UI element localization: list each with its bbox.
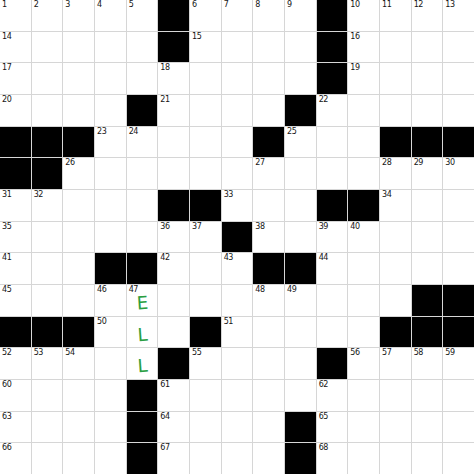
- black-cell-r1c11: [317, 0, 348, 31]
- clue-number: 25: [287, 127, 296, 137]
- cell-r8c14[interactable]: [412, 222, 443, 253]
- cell-r2c15[interactable]: [443, 32, 474, 63]
- cell-r11c8[interactable]: 51: [222, 317, 253, 348]
- cell-r14c15[interactable]: [443, 412, 474, 443]
- cell-r4c11[interactable]: 22: [317, 95, 348, 126]
- black-cell-r2c6: [158, 32, 189, 63]
- black-cell-r7c12: [348, 190, 379, 221]
- cell-r2c4[interactable]: [95, 32, 126, 63]
- cell-r15c15[interactable]: [443, 443, 474, 474]
- black-cell-r5c14: [412, 127, 443, 158]
- black-cell-r11c1: [0, 317, 31, 348]
- clue-number: 1: [2, 0, 7, 10]
- cell-r15c12[interactable]: [348, 443, 379, 474]
- clue-number: 39: [319, 222, 328, 232]
- cell-r13c1[interactable]: 60: [0, 380, 31, 411]
- cell-r12c9[interactable]: [253, 348, 284, 379]
- cell-r6c14[interactable]: 29: [412, 158, 443, 189]
- cell-r7c4[interactable]: [95, 190, 126, 221]
- clue-number: 58: [414, 348, 423, 358]
- cell-r2c10[interactable]: [285, 32, 316, 63]
- cell-r13c12[interactable]: [348, 380, 379, 411]
- black-cell-r5c1: [0, 127, 31, 158]
- cell-r12c3[interactable]: 54: [63, 348, 94, 379]
- cell-r14c1[interactable]: 63: [0, 412, 31, 443]
- cell-r5c5[interactable]: 24: [127, 127, 158, 158]
- clue-number: 50: [97, 317, 106, 327]
- black-cell-r11c13: [380, 317, 411, 348]
- cell-r3c2[interactable]: [32, 63, 63, 94]
- cell-r14c6[interactable]: 64: [158, 412, 189, 443]
- cell-r15c2[interactable]: [32, 443, 63, 474]
- clue-number: 26: [65, 158, 74, 168]
- black-cell-r6c2: [32, 158, 63, 189]
- cell-r4c6[interactable]: 21: [158, 95, 189, 126]
- cell-r13c10[interactable]: [285, 380, 316, 411]
- cell-r15c9[interactable]: [253, 443, 284, 474]
- clue-number: 10: [350, 0, 359, 10]
- black-cell-r9c9: [253, 253, 284, 284]
- clue-number: 46: [97, 285, 106, 295]
- clue-number: 57: [382, 348, 391, 358]
- cell-r8c6[interactable]: 36: [158, 222, 189, 253]
- cell-r3c6[interactable]: 18: [158, 63, 189, 94]
- black-cell-r13c5: [127, 380, 158, 411]
- cell-r13c3[interactable]: [63, 380, 94, 411]
- cell-r14c8[interactable]: [222, 412, 253, 443]
- cell-r6c9[interactable]: 27: [253, 158, 284, 189]
- cell-r14c3[interactable]: [63, 412, 94, 443]
- black-cell-r5c9: [253, 127, 284, 158]
- clue-number: 19: [350, 63, 359, 73]
- black-cell-r11c2: [32, 317, 63, 348]
- cell-r10c4[interactable]: 46: [95, 285, 126, 316]
- cell-r10c1[interactable]: 45: [0, 285, 31, 316]
- cell-r9c1[interactable]: 41: [0, 253, 31, 284]
- cell-r7c2[interactable]: 32: [32, 190, 63, 221]
- cell-r10c11[interactable]: [317, 285, 348, 316]
- cell-r1c4[interactable]: 4: [95, 0, 126, 31]
- cell-r1c15[interactable]: 13: [443, 0, 474, 31]
- cell-r4c9[interactable]: [253, 95, 284, 126]
- cell-r15c3[interactable]: [63, 443, 94, 474]
- clue-number: 53: [34, 348, 43, 358]
- crossword-grid: 1234567891011121314151617181920212223242…: [0, 0, 474, 474]
- clue-number: 30: [445, 158, 454, 168]
- cell-r3c12[interactable]: 19: [348, 63, 379, 94]
- cell-r2c2[interactable]: [32, 32, 63, 63]
- cell-r9c13[interactable]: [380, 253, 411, 284]
- cell-r14c12[interactable]: [348, 412, 379, 443]
- cell-r2c5[interactable]: [127, 32, 158, 63]
- clue-number: 67: [160, 443, 169, 453]
- cell-r4c8[interactable]: [222, 95, 253, 126]
- cell-r6c12[interactable]: [348, 158, 379, 189]
- cell-r13c6[interactable]: 61: [158, 380, 189, 411]
- black-cell-r2c11: [317, 32, 348, 63]
- clue-number: 16: [350, 32, 359, 42]
- cell-r13c2[interactable]: [32, 380, 63, 411]
- cell-r9c6[interactable]: 42: [158, 253, 189, 284]
- cell-r3c7[interactable]: [190, 63, 221, 94]
- cell-r7c3[interactable]: [63, 190, 94, 221]
- cell-r11c10[interactable]: [285, 317, 316, 348]
- cell-r11c4[interactable]: 50: [95, 317, 126, 348]
- clue-number: 31: [2, 190, 11, 200]
- clue-number: 64: [160, 412, 169, 422]
- cell-r6c5[interactable]: [127, 158, 158, 189]
- cell-r10c12[interactable]: [348, 285, 379, 316]
- cell-r3c4[interactable]: [95, 63, 126, 94]
- clue-number: 6: [192, 0, 197, 10]
- cell-r14c2[interactable]: [32, 412, 63, 443]
- cell-r1c5[interactable]: 5: [127, 0, 158, 31]
- cell-r12c14[interactable]: 58: [412, 348, 443, 379]
- cell-r12c4[interactable]: [95, 348, 126, 379]
- cell-r6c4[interactable]: [95, 158, 126, 189]
- cell-r6c3[interactable]: 26: [63, 158, 94, 189]
- cell-r5c11[interactable]: [317, 127, 348, 158]
- cell-r3c5[interactable]: [127, 63, 158, 94]
- cell-r13c8[interactable]: [222, 380, 253, 411]
- cell-r13c13[interactable]: [380, 380, 411, 411]
- cell-r14c13[interactable]: [380, 412, 411, 443]
- clue-number: 34: [382, 190, 391, 200]
- clue-number: 29: [414, 158, 423, 168]
- black-cell-r7c11: [317, 190, 348, 221]
- cell-r5c6[interactable]: [158, 127, 189, 158]
- clue-number: 3: [65, 0, 70, 10]
- clue-number: 27: [255, 158, 264, 168]
- clue-number: 48: [255, 285, 264, 295]
- cell-r3c14[interactable]: [412, 63, 443, 94]
- cell-r8c2[interactable]: [32, 222, 63, 253]
- cell-r11c11[interactable]: [317, 317, 348, 348]
- cell-r14c7[interactable]: [190, 412, 221, 443]
- clue-number: 41: [2, 253, 11, 263]
- cell-r3c10[interactable]: [285, 63, 316, 94]
- clue-number: 59: [445, 348, 454, 358]
- cell-r11c12[interactable]: [348, 317, 379, 348]
- black-cell-r11c14: [412, 317, 443, 348]
- clue-number: 4: [97, 0, 102, 10]
- cell-r1c8[interactable]: 7: [222, 0, 253, 31]
- cell-r6c11[interactable]: [317, 158, 348, 189]
- cell-r8c15[interactable]: [443, 222, 474, 253]
- black-cell-r10c14: [412, 285, 443, 316]
- cell-r12c15[interactable]: 59: [443, 348, 474, 379]
- cell-r15c8[interactable]: [222, 443, 253, 474]
- clue-number: 61: [160, 380, 169, 390]
- cell-r8c4[interactable]: [95, 222, 126, 253]
- clue-number: 17: [2, 63, 11, 73]
- black-cell-r12c11: [317, 348, 348, 379]
- clue-number: 9: [287, 0, 292, 10]
- clue-number: 7: [224, 0, 229, 10]
- cell-r15c14[interactable]: [412, 443, 443, 474]
- cell-r2c8[interactable]: [222, 32, 253, 63]
- cell-r9c7[interactable]: [190, 253, 221, 284]
- cell-r11c5[interactable]: L: [127, 317, 158, 348]
- cell-r6c10[interactable]: [285, 158, 316, 189]
- clue-number: 54: [65, 348, 74, 358]
- cell-r7c8[interactable]: 33: [222, 190, 253, 221]
- clue-number: 45: [2, 285, 11, 295]
- black-cell-r9c4: [95, 253, 126, 284]
- clue-number: 40: [350, 222, 359, 232]
- black-cell-r14c10: [285, 412, 316, 443]
- cell-r8c13[interactable]: [380, 222, 411, 253]
- cell-r4c1[interactable]: 20: [0, 95, 31, 126]
- cell-r3c15[interactable]: [443, 63, 474, 94]
- cell-r4c4[interactable]: [95, 95, 126, 126]
- cell-r1c14[interactable]: 12: [412, 0, 443, 31]
- cell-r9c11[interactable]: 44: [317, 253, 348, 284]
- cell-r4c3[interactable]: [63, 95, 94, 126]
- cell-r1c7[interactable]: 6: [190, 0, 221, 31]
- clue-number: 32: [34, 190, 43, 200]
- cell-r7c14[interactable]: [412, 190, 443, 221]
- black-cell-r7c6: [158, 190, 189, 221]
- cell-r5c12[interactable]: [348, 127, 379, 158]
- cell-r12c12[interactable]: 56: [348, 348, 379, 379]
- cell-r4c2[interactable]: [32, 95, 63, 126]
- cell-r10c13[interactable]: [380, 285, 411, 316]
- black-cell-r7c7: [190, 190, 221, 221]
- black-cell-r15c10: [285, 443, 316, 474]
- cell-r12c10[interactable]: [285, 348, 316, 379]
- cell-r7c9[interactable]: [253, 190, 284, 221]
- cell-r15c4[interactable]: [95, 443, 126, 474]
- entered-letter: L: [127, 317, 158, 348]
- black-cell-r5c15: [443, 127, 474, 158]
- clue-number: 44: [319, 253, 328, 263]
- black-cell-r4c5: [127, 95, 158, 126]
- clue-number: 12: [414, 0, 423, 10]
- cell-r6c15[interactable]: 30: [443, 158, 474, 189]
- cell-r12c5[interactable]: L: [127, 348, 158, 379]
- black-cell-r8c8: [222, 222, 253, 253]
- cell-r9c2[interactable]: [32, 253, 63, 284]
- clue-number: 22: [319, 95, 328, 105]
- cell-r5c10[interactable]: 25: [285, 127, 316, 158]
- black-cell-r5c13: [380, 127, 411, 158]
- cell-r1c10[interactable]: 9: [285, 0, 316, 31]
- clue-number: 21: [160, 95, 169, 105]
- cell-r1c1[interactable]: 1: [0, 0, 31, 31]
- clue-number: 65: [319, 412, 328, 422]
- cell-r12c8[interactable]: [222, 348, 253, 379]
- clue-number: 14: [2, 32, 11, 42]
- cell-r15c7[interactable]: [190, 443, 221, 474]
- clue-number: 38: [255, 222, 264, 232]
- black-cell-r5c3: [63, 127, 94, 158]
- cell-r6c7[interactable]: [190, 158, 221, 189]
- clue-number: 56: [350, 348, 359, 358]
- black-cell-r6c1: [0, 158, 31, 189]
- cell-r4c12[interactable]: [348, 95, 379, 126]
- cell-r14c11[interactable]: 65: [317, 412, 348, 443]
- cell-r13c4[interactable]: [95, 380, 126, 411]
- cell-r6c13[interactable]: 28: [380, 158, 411, 189]
- cell-r9c14[interactable]: [412, 253, 443, 284]
- cell-r8c3[interactable]: [63, 222, 94, 253]
- cell-r10c5[interactable]: 47E: [127, 285, 158, 316]
- clue-number: 18: [160, 63, 169, 73]
- entered-letter: E: [127, 285, 158, 316]
- black-cell-r9c10: [285, 253, 316, 284]
- cell-r2c12[interactable]: 16: [348, 32, 379, 63]
- clue-number: 51: [224, 317, 233, 327]
- cell-r5c7[interactable]: [190, 127, 221, 158]
- black-cell-r15c5: [127, 443, 158, 474]
- clue-number: 24: [129, 127, 138, 137]
- cell-r2c14[interactable]: [412, 32, 443, 63]
- cell-r7c10[interactable]: [285, 190, 316, 221]
- cell-r9c8[interactable]: 43: [222, 253, 253, 284]
- cell-r13c9[interactable]: [253, 380, 284, 411]
- cell-r1c3[interactable]: 3: [63, 0, 94, 31]
- cell-r7c15[interactable]: [443, 190, 474, 221]
- cell-r6c6[interactable]: [158, 158, 189, 189]
- clue-number: 13: [445, 0, 454, 10]
- black-cell-r10c15: [443, 285, 474, 316]
- cell-r2c3[interactable]: [63, 32, 94, 63]
- cell-r1c13[interactable]: 11: [380, 0, 411, 31]
- cell-r12c1[interactable]: 52: [0, 348, 31, 379]
- cell-r12c7[interactable]: 55: [190, 348, 221, 379]
- cell-r13c7[interactable]: [190, 380, 221, 411]
- clue-number: 28: [382, 158, 391, 168]
- clue-number: 63: [2, 412, 11, 422]
- cell-r3c1[interactable]: 17: [0, 63, 31, 94]
- black-cell-r14c5: [127, 412, 158, 443]
- clue-number: 35: [2, 222, 11, 232]
- cell-r10c10[interactable]: 49: [285, 285, 316, 316]
- black-cell-r1c6: [158, 0, 189, 31]
- cell-r12c2[interactable]: 53: [32, 348, 63, 379]
- clue-number: 8: [255, 0, 260, 10]
- cell-r8c1[interactable]: 35: [0, 222, 31, 253]
- cell-r8c11[interactable]: 39: [317, 222, 348, 253]
- clue-number: 60: [2, 380, 11, 390]
- cell-r4c14[interactable]: [412, 95, 443, 126]
- cell-r2c1[interactable]: 14: [0, 32, 31, 63]
- cell-r11c9[interactable]: [253, 317, 284, 348]
- cell-r7c13[interactable]: 34: [380, 190, 411, 221]
- cell-r10c3[interactable]: [63, 285, 94, 316]
- cell-r15c1[interactable]: 66: [0, 443, 31, 474]
- black-cell-r5c2: [32, 127, 63, 158]
- black-cell-r4c10: [285, 95, 316, 126]
- cell-r15c13[interactable]: [380, 443, 411, 474]
- cell-r9c15[interactable]: [443, 253, 474, 284]
- cell-r4c13[interactable]: [380, 95, 411, 126]
- cell-r3c9[interactable]: [253, 63, 284, 94]
- cell-r10c9[interactable]: 48: [253, 285, 284, 316]
- cell-r2c7[interactable]: 15: [190, 32, 221, 63]
- cell-r13c15[interactable]: [443, 380, 474, 411]
- clue-number: 68: [319, 443, 328, 453]
- cell-r8c10[interactable]: [285, 222, 316, 253]
- cell-r13c14[interactable]: [412, 380, 443, 411]
- clue-number: 66: [2, 443, 11, 453]
- clue-number: 5: [129, 0, 134, 10]
- cell-r10c6[interactable]: [158, 285, 189, 316]
- clue-number: 23: [97, 127, 106, 137]
- cell-r1c2[interactable]: 2: [32, 0, 63, 31]
- black-cell-r11c7: [190, 317, 221, 348]
- cell-r13c11[interactable]: 62: [317, 380, 348, 411]
- cell-r8c9[interactable]: 38: [253, 222, 284, 253]
- black-cell-r3c11: [317, 63, 348, 94]
- cell-r10c8[interactable]: [222, 285, 253, 316]
- cell-r5c8[interactable]: [222, 127, 253, 158]
- cell-r9c12[interactable]: [348, 253, 379, 284]
- black-cell-r12c6: [158, 348, 189, 379]
- clue-number: 43: [224, 253, 233, 263]
- clue-number: 42: [160, 253, 169, 263]
- cell-r10c2[interactable]: [32, 285, 63, 316]
- cell-r6c8[interactable]: [222, 158, 253, 189]
- cell-r14c4[interactable]: [95, 412, 126, 443]
- cell-r10c7[interactable]: [190, 285, 221, 316]
- cell-r15c6[interactable]: 67: [158, 443, 189, 474]
- cell-r7c5[interactable]: [127, 190, 158, 221]
- cell-r8c12[interactable]: 40: [348, 222, 379, 253]
- clue-number: 52: [2, 348, 11, 358]
- cell-r3c3[interactable]: [63, 63, 94, 94]
- cell-r3c13[interactable]: [380, 63, 411, 94]
- clue-number: 11: [382, 0, 391, 10]
- clue-number: 15: [192, 32, 201, 42]
- entered-letter: L: [127, 348, 158, 379]
- cell-r1c12[interactable]: 10: [348, 0, 379, 31]
- cell-r4c7[interactable]: [190, 95, 221, 126]
- clue-number: 36: [160, 222, 169, 232]
- clue-number: 62: [319, 380, 328, 390]
- cell-r8c5[interactable]: [127, 222, 158, 253]
- black-cell-r11c3: [63, 317, 94, 348]
- cell-r12c13[interactable]: 57: [380, 348, 411, 379]
- black-cell-r11c15: [443, 317, 474, 348]
- cell-r4c15[interactable]: [443, 95, 474, 126]
- cell-r14c9[interactable]: [253, 412, 284, 443]
- clue-number: 2: [34, 0, 39, 10]
- clue-number: 49: [287, 285, 296, 295]
- clue-number: 37: [192, 222, 201, 232]
- clue-number: 20: [2, 95, 11, 105]
- cell-r5c4[interactable]: 23: [95, 127, 126, 158]
- cell-r1c9[interactable]: 8: [253, 0, 284, 31]
- cell-r2c9[interactable]: [253, 32, 284, 63]
- cell-r15c11[interactable]: 68: [317, 443, 348, 474]
- clue-number: 55: [192, 348, 201, 358]
- cell-r14c14[interactable]: [412, 412, 443, 443]
- black-cell-r9c5: [127, 253, 158, 284]
- cell-r8c7[interactable]: 37: [190, 222, 221, 253]
- cell-r9c3[interactable]: [63, 253, 94, 284]
- cell-r7c1[interactable]: 31: [0, 190, 31, 221]
- cell-r2c13[interactable]: [380, 32, 411, 63]
- clue-number: 33: [224, 190, 233, 200]
- cell-r3c8[interactable]: [222, 63, 253, 94]
- cell-r11c6[interactable]: [158, 317, 189, 348]
